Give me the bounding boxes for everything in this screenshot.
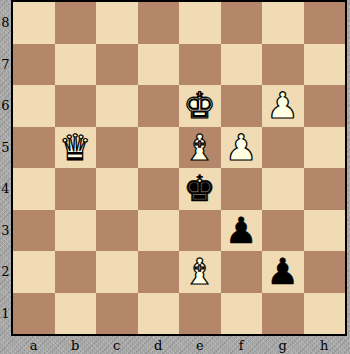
square-d1[interactable] xyxy=(138,293,180,335)
rank-label-3: 3 xyxy=(0,210,11,252)
square-b1[interactable] xyxy=(55,293,97,335)
square-a6[interactable] xyxy=(13,85,55,127)
square-b4[interactable] xyxy=(55,168,97,210)
square-a1[interactable] xyxy=(13,293,55,335)
square-h4[interactable] xyxy=(304,168,346,210)
square-g4[interactable] xyxy=(262,168,304,210)
file-labels: abcdefgh xyxy=(13,336,345,354)
square-a5[interactable] xyxy=(13,127,55,169)
square-a8[interactable] xyxy=(13,2,55,44)
square-h7[interactable] xyxy=(304,44,346,86)
square-c4[interactable] xyxy=(96,168,138,210)
square-c3[interactable] xyxy=(96,210,138,252)
chess-diagram: 87654321 ♚♟♛♝♟♚♟♝♟ abcdefgh xyxy=(0,0,350,354)
black-king[interactable]: ♚ xyxy=(179,168,221,210)
square-h5[interactable] xyxy=(304,127,346,169)
square-f8[interactable] xyxy=(221,2,263,44)
file-label-d: d xyxy=(138,336,180,354)
square-h3[interactable] xyxy=(304,210,346,252)
square-b7[interactable] xyxy=(55,44,97,86)
square-h1[interactable] xyxy=(304,293,346,335)
square-f6[interactable] xyxy=(221,85,263,127)
square-g5[interactable] xyxy=(262,127,304,169)
square-c2[interactable] xyxy=(96,251,138,293)
square-b2[interactable] xyxy=(55,251,97,293)
rank-label-4: 4 xyxy=(0,168,11,210)
square-g2[interactable]: ♟ xyxy=(262,251,304,293)
rank-label-7: 7 xyxy=(0,44,11,86)
square-f2[interactable] xyxy=(221,251,263,293)
white-king[interactable]: ♚ xyxy=(179,85,221,127)
square-d2[interactable] xyxy=(138,251,180,293)
black-pawn[interactable]: ♟ xyxy=(221,210,263,252)
square-e4[interactable]: ♚ xyxy=(179,168,221,210)
white-pawn[interactable]: ♟ xyxy=(221,127,263,169)
rank-label-6: 6 xyxy=(0,85,11,127)
file-label-h: h xyxy=(304,336,346,354)
rank-label-1: 1 xyxy=(0,293,11,335)
square-a2[interactable] xyxy=(13,251,55,293)
square-c1[interactable] xyxy=(96,293,138,335)
square-a7[interactable] xyxy=(13,44,55,86)
black-pawn[interactable]: ♟ xyxy=(262,251,304,293)
square-a4[interactable] xyxy=(13,168,55,210)
square-e8[interactable] xyxy=(179,2,221,44)
square-g8[interactable] xyxy=(262,2,304,44)
white-bishop[interactable]: ♝ xyxy=(179,251,221,293)
file-label-b: b xyxy=(55,336,97,354)
square-b6[interactable] xyxy=(55,85,97,127)
square-g6[interactable]: ♟ xyxy=(262,85,304,127)
file-label-g: g xyxy=(262,336,304,354)
square-e3[interactable] xyxy=(179,210,221,252)
square-e7[interactable] xyxy=(179,44,221,86)
file-label-a: a xyxy=(13,336,55,354)
file-label-e: e xyxy=(179,336,221,354)
square-b3[interactable] xyxy=(55,210,97,252)
square-e1[interactable] xyxy=(179,293,221,335)
square-b8[interactable] xyxy=(55,2,97,44)
square-a3[interactable] xyxy=(13,210,55,252)
square-c8[interactable] xyxy=(96,2,138,44)
white-pawn[interactable]: ♟ xyxy=(262,85,304,127)
square-b5[interactable]: ♛ xyxy=(55,127,97,169)
square-h6[interactable] xyxy=(304,85,346,127)
board-frame: ♚♟♛♝♟♚♟♝♟ xyxy=(11,0,347,336)
square-d7[interactable] xyxy=(138,44,180,86)
square-c5[interactable] xyxy=(96,127,138,169)
square-c7[interactable] xyxy=(96,44,138,86)
square-d4[interactable] xyxy=(138,168,180,210)
file-label-f: f xyxy=(221,336,263,354)
square-e2[interactable]: ♝ xyxy=(179,251,221,293)
square-d8[interactable] xyxy=(138,2,180,44)
rank-label-5: 5 xyxy=(0,127,11,169)
square-d6[interactable] xyxy=(138,85,180,127)
chess-board[interactable]: ♚♟♛♝♟♚♟♝♟ xyxy=(13,2,345,334)
white-bishop[interactable]: ♝ xyxy=(179,127,221,169)
square-g7[interactable] xyxy=(262,44,304,86)
rank-label-2: 2 xyxy=(0,251,11,293)
square-e6[interactable]: ♚ xyxy=(179,85,221,127)
square-d5[interactable] xyxy=(138,127,180,169)
square-f1[interactable] xyxy=(221,293,263,335)
square-f3[interactable]: ♟ xyxy=(221,210,263,252)
square-f5[interactable]: ♟ xyxy=(221,127,263,169)
square-g1[interactable] xyxy=(262,293,304,335)
square-e5[interactable]: ♝ xyxy=(179,127,221,169)
square-c6[interactable] xyxy=(96,85,138,127)
rank-labels: 87654321 xyxy=(0,2,11,334)
white-queen[interactable]: ♛ xyxy=(55,127,97,169)
square-g3[interactable] xyxy=(262,210,304,252)
square-f7[interactable] xyxy=(221,44,263,86)
square-d3[interactable] xyxy=(138,210,180,252)
square-h2[interactable] xyxy=(304,251,346,293)
square-h8[interactable] xyxy=(304,2,346,44)
rank-label-8: 8 xyxy=(0,2,11,44)
file-label-c: c xyxy=(96,336,138,354)
square-f4[interactable] xyxy=(221,168,263,210)
